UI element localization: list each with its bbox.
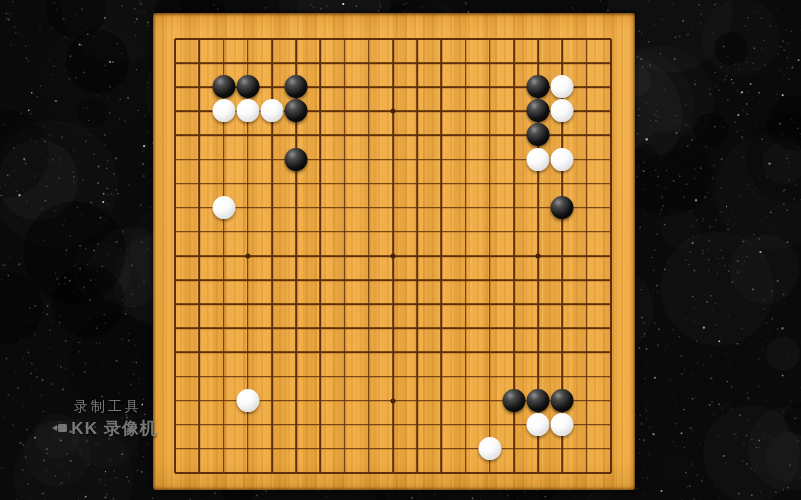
intersection[interactable] xyxy=(332,51,356,75)
intersection[interactable] xyxy=(284,123,308,147)
intersection[interactable] xyxy=(599,292,623,316)
intersection[interactable] xyxy=(599,220,623,244)
intersection[interactable] xyxy=(357,316,381,340)
intersection[interactable] xyxy=(478,316,502,340)
intersection[interactable] xyxy=(478,123,502,147)
intersection[interactable] xyxy=(502,292,526,316)
intersection[interactable] xyxy=(211,413,235,437)
intersection[interactable] xyxy=(575,364,599,388)
intersection[interactable] xyxy=(284,389,308,413)
intersection[interactable] xyxy=(526,364,550,388)
intersection[interactable] xyxy=(163,172,187,196)
intersection[interactable] xyxy=(550,244,574,268)
intersection[interactable] xyxy=(211,75,235,99)
intersection[interactable] xyxy=(357,268,381,292)
intersection[interactable] xyxy=(575,220,599,244)
intersection[interactable] xyxy=(502,123,526,147)
intersection[interactable] xyxy=(284,268,308,292)
intersection[interactable] xyxy=(163,75,187,99)
intersection[interactable] xyxy=(284,75,308,99)
intersection[interactable] xyxy=(236,123,260,147)
intersection[interactable] xyxy=(575,268,599,292)
intersection[interactable] xyxy=(575,27,599,51)
intersection[interactable] xyxy=(526,461,550,485)
intersection[interactable] xyxy=(478,99,502,123)
intersection[interactable] xyxy=(236,437,260,461)
intersection[interactable] xyxy=(163,437,187,461)
intersection[interactable] xyxy=(550,220,574,244)
intersection[interactable] xyxy=(357,123,381,147)
intersection[interactable] xyxy=(308,461,332,485)
intersection[interactable] xyxy=(550,268,574,292)
intersection[interactable] xyxy=(163,123,187,147)
intersection[interactable] xyxy=(478,196,502,220)
intersection[interactable] xyxy=(405,364,429,388)
intersection[interactable] xyxy=(236,196,260,220)
intersection[interactable] xyxy=(308,51,332,75)
intersection[interactable] xyxy=(454,389,478,413)
intersection[interactable] xyxy=(236,75,260,99)
intersection[interactable] xyxy=(357,220,381,244)
intersection[interactable] xyxy=(381,413,405,437)
intersection[interactable] xyxy=(332,220,356,244)
intersection[interactable] xyxy=(599,268,623,292)
intersection[interactable] xyxy=(284,196,308,220)
intersection[interactable] xyxy=(332,364,356,388)
intersection[interactable] xyxy=(284,148,308,172)
intersection[interactable] xyxy=(502,27,526,51)
intersection[interactable] xyxy=(526,268,550,292)
intersection[interactable] xyxy=(429,316,453,340)
intersection[interactable] xyxy=(381,172,405,196)
intersection[interactable] xyxy=(405,389,429,413)
intersection[interactable] xyxy=(599,148,623,172)
intersection[interactable] xyxy=(187,316,211,340)
intersection[interactable] xyxy=(550,292,574,316)
intersection[interactable] xyxy=(429,51,453,75)
intersection[interactable] xyxy=(260,220,284,244)
intersection[interactable] xyxy=(478,220,502,244)
intersection[interactable] xyxy=(332,244,356,268)
intersection[interactable] xyxy=(405,292,429,316)
intersection[interactable] xyxy=(502,51,526,75)
intersection[interactable] xyxy=(599,123,623,147)
intersection[interactable] xyxy=(236,389,260,413)
intersection[interactable] xyxy=(381,268,405,292)
intersection[interactable] xyxy=(502,220,526,244)
intersection[interactable] xyxy=(405,27,429,51)
intersection[interactable] xyxy=(478,364,502,388)
intersection[interactable] xyxy=(599,99,623,123)
intersection[interactable] xyxy=(429,268,453,292)
intersection[interactable] xyxy=(381,27,405,51)
intersection[interactable] xyxy=(260,316,284,340)
intersection[interactable] xyxy=(599,172,623,196)
intersection[interactable] xyxy=(236,99,260,123)
intersection[interactable] xyxy=(284,172,308,196)
intersection[interactable] xyxy=(187,340,211,364)
intersection[interactable] xyxy=(502,413,526,437)
intersection[interactable] xyxy=(357,196,381,220)
intersection[interactable] xyxy=(429,148,453,172)
intersection[interactable] xyxy=(211,461,235,485)
intersection[interactable] xyxy=(502,268,526,292)
intersection[interactable] xyxy=(308,437,332,461)
intersection[interactable] xyxy=(211,389,235,413)
intersection[interactable] xyxy=(550,148,574,172)
intersection[interactable] xyxy=(284,364,308,388)
intersection[interactable] xyxy=(405,172,429,196)
intersection[interactable] xyxy=(405,316,429,340)
intersection[interactable] xyxy=(429,123,453,147)
intersection[interactable] xyxy=(429,292,453,316)
intersection[interactable] xyxy=(405,148,429,172)
intersection[interactable] xyxy=(381,148,405,172)
intersection[interactable] xyxy=(260,148,284,172)
intersection[interactable] xyxy=(308,244,332,268)
intersection[interactable] xyxy=(308,340,332,364)
intersection[interactable] xyxy=(211,437,235,461)
intersection[interactable] xyxy=(405,51,429,75)
intersection[interactable] xyxy=(211,292,235,316)
intersection[interactable] xyxy=(357,244,381,268)
intersection[interactable] xyxy=(550,461,574,485)
intersection[interactable] xyxy=(332,123,356,147)
intersection[interactable] xyxy=(284,244,308,268)
intersection[interactable] xyxy=(260,340,284,364)
intersection[interactable] xyxy=(599,413,623,437)
intersection[interactable] xyxy=(332,437,356,461)
intersection[interactable] xyxy=(478,27,502,51)
intersection[interactable] xyxy=(284,340,308,364)
intersection[interactable] xyxy=(550,172,574,196)
intersection[interactable] xyxy=(187,292,211,316)
intersection[interactable] xyxy=(478,268,502,292)
intersection[interactable] xyxy=(332,413,356,437)
intersection[interactable] xyxy=(429,27,453,51)
intersection[interactable] xyxy=(429,340,453,364)
intersection[interactable] xyxy=(478,461,502,485)
intersection[interactable] xyxy=(211,340,235,364)
intersection[interactable] xyxy=(260,172,284,196)
intersection[interactable] xyxy=(236,268,260,292)
intersection[interactable] xyxy=(308,99,332,123)
intersection[interactable] xyxy=(357,51,381,75)
intersection[interactable] xyxy=(260,413,284,437)
intersection[interactable] xyxy=(478,172,502,196)
intersection[interactable] xyxy=(308,196,332,220)
intersection[interactable] xyxy=(187,413,211,437)
intersection[interactable] xyxy=(502,389,526,413)
intersection[interactable] xyxy=(502,364,526,388)
intersection[interactable] xyxy=(526,27,550,51)
intersection[interactable] xyxy=(405,196,429,220)
intersection[interactable] xyxy=(502,437,526,461)
intersection[interactable] xyxy=(429,99,453,123)
intersection[interactable] xyxy=(284,99,308,123)
intersection[interactable] xyxy=(260,75,284,99)
intersection[interactable] xyxy=(187,220,211,244)
intersection[interactable] xyxy=(284,316,308,340)
intersection[interactable] xyxy=(211,196,235,220)
intersection[interactable] xyxy=(308,220,332,244)
intersection[interactable] xyxy=(575,461,599,485)
intersection[interactable] xyxy=(454,364,478,388)
intersection[interactable] xyxy=(284,51,308,75)
intersection[interactable] xyxy=(550,196,574,220)
intersection[interactable] xyxy=(357,27,381,51)
intersection[interactable] xyxy=(236,220,260,244)
intersection[interactable] xyxy=(357,437,381,461)
intersection[interactable] xyxy=(526,99,550,123)
intersection[interactable] xyxy=(429,413,453,437)
intersection[interactable] xyxy=(575,244,599,268)
intersection[interactable] xyxy=(308,316,332,340)
intersection[interactable] xyxy=(381,461,405,485)
intersection[interactable] xyxy=(526,316,550,340)
intersection[interactable] xyxy=(454,172,478,196)
intersection[interactable] xyxy=(429,364,453,388)
intersection[interactable] xyxy=(308,413,332,437)
intersection[interactable] xyxy=(211,268,235,292)
intersection[interactable] xyxy=(357,389,381,413)
intersection[interactable] xyxy=(211,364,235,388)
intersection[interactable] xyxy=(405,75,429,99)
intersection[interactable] xyxy=(260,437,284,461)
intersection[interactable] xyxy=(599,340,623,364)
intersection[interactable] xyxy=(357,461,381,485)
intersection[interactable] xyxy=(575,340,599,364)
intersection[interactable] xyxy=(502,316,526,340)
intersection[interactable] xyxy=(575,437,599,461)
intersection[interactable] xyxy=(454,413,478,437)
intersection[interactable] xyxy=(163,244,187,268)
intersection[interactable] xyxy=(357,148,381,172)
intersection[interactable] xyxy=(211,51,235,75)
intersection[interactable] xyxy=(211,99,235,123)
intersection[interactable] xyxy=(478,292,502,316)
intersection[interactable] xyxy=(454,148,478,172)
intersection[interactable] xyxy=(187,75,211,99)
intersection[interactable] xyxy=(308,268,332,292)
intersection[interactable] xyxy=(187,51,211,75)
intersection[interactable] xyxy=(454,244,478,268)
intersection[interactable] xyxy=(260,364,284,388)
intersection[interactable] xyxy=(260,292,284,316)
intersection[interactable] xyxy=(211,123,235,147)
intersection[interactable] xyxy=(163,316,187,340)
intersection[interactable] xyxy=(236,27,260,51)
intersection[interactable] xyxy=(429,437,453,461)
intersection[interactable] xyxy=(236,172,260,196)
intersection[interactable] xyxy=(599,51,623,75)
intersection[interactable] xyxy=(429,75,453,99)
intersection[interactable] xyxy=(599,196,623,220)
intersection[interactable] xyxy=(284,27,308,51)
intersection[interactable] xyxy=(163,99,187,123)
intersection[interactable] xyxy=(163,51,187,75)
intersection[interactable] xyxy=(211,27,235,51)
intersection[interactable] xyxy=(454,461,478,485)
intersection[interactable] xyxy=(405,99,429,123)
intersection[interactable] xyxy=(502,172,526,196)
intersection[interactable] xyxy=(599,364,623,388)
intersection[interactable] xyxy=(211,316,235,340)
intersection[interactable] xyxy=(187,244,211,268)
intersection[interactable] xyxy=(187,196,211,220)
intersection[interactable] xyxy=(550,413,574,437)
intersection[interactable] xyxy=(454,27,478,51)
intersection[interactable] xyxy=(454,340,478,364)
intersection[interactable] xyxy=(478,413,502,437)
intersection[interactable] xyxy=(454,437,478,461)
intersection[interactable] xyxy=(526,413,550,437)
intersection[interactable] xyxy=(502,99,526,123)
intersection[interactable] xyxy=(284,437,308,461)
intersection[interactable] xyxy=(381,316,405,340)
intersection[interactable] xyxy=(332,268,356,292)
intersection[interactable] xyxy=(236,292,260,316)
intersection[interactable] xyxy=(526,340,550,364)
intersection[interactable] xyxy=(236,413,260,437)
intersection[interactable] xyxy=(163,27,187,51)
intersection[interactable] xyxy=(381,364,405,388)
intersection[interactable] xyxy=(405,268,429,292)
intersection[interactable] xyxy=(187,364,211,388)
intersection[interactable] xyxy=(454,292,478,316)
intersection[interactable] xyxy=(381,51,405,75)
intersection[interactable] xyxy=(599,244,623,268)
intersection[interactable] xyxy=(163,196,187,220)
intersection[interactable] xyxy=(381,437,405,461)
intersection[interactable] xyxy=(260,196,284,220)
intersection[interactable] xyxy=(478,389,502,413)
intersection[interactable] xyxy=(308,123,332,147)
intersection[interactable] xyxy=(357,99,381,123)
intersection[interactable] xyxy=(429,461,453,485)
intersection[interactable] xyxy=(575,172,599,196)
intersection[interactable] xyxy=(260,27,284,51)
intersection[interactable] xyxy=(599,437,623,461)
intersection[interactable] xyxy=(526,148,550,172)
intersection[interactable] xyxy=(575,148,599,172)
intersection[interactable] xyxy=(381,196,405,220)
intersection[interactable] xyxy=(381,99,405,123)
intersection[interactable] xyxy=(550,316,574,340)
intersection[interactable] xyxy=(550,340,574,364)
intersection[interactable] xyxy=(187,27,211,51)
intersection[interactable] xyxy=(381,75,405,99)
intersection[interactable] xyxy=(187,268,211,292)
intersection[interactable] xyxy=(163,292,187,316)
intersection[interactable] xyxy=(478,437,502,461)
intersection[interactable] xyxy=(211,220,235,244)
intersection[interactable] xyxy=(454,51,478,75)
intersection[interactable] xyxy=(550,51,574,75)
intersection[interactable] xyxy=(236,340,260,364)
intersection[interactable] xyxy=(357,364,381,388)
intersection[interactable] xyxy=(454,268,478,292)
intersection[interactable] xyxy=(236,148,260,172)
intersection[interactable] xyxy=(575,389,599,413)
intersection[interactable] xyxy=(526,244,550,268)
intersection[interactable] xyxy=(332,389,356,413)
intersection[interactable] xyxy=(284,461,308,485)
intersection[interactable] xyxy=(187,437,211,461)
intersection[interactable] xyxy=(526,123,550,147)
intersection[interactable] xyxy=(575,75,599,99)
intersection[interactable] xyxy=(381,244,405,268)
intersection[interactable] xyxy=(187,123,211,147)
intersection[interactable] xyxy=(236,316,260,340)
intersection[interactable] xyxy=(502,244,526,268)
intersection[interactable] xyxy=(211,244,235,268)
intersection[interactable] xyxy=(236,51,260,75)
intersection[interactable] xyxy=(550,389,574,413)
intersection[interactable] xyxy=(405,340,429,364)
intersection[interactable] xyxy=(526,220,550,244)
intersection[interactable] xyxy=(502,75,526,99)
intersection[interactable] xyxy=(502,196,526,220)
intersection[interactable] xyxy=(187,461,211,485)
intersection[interactable] xyxy=(332,461,356,485)
intersection[interactable] xyxy=(502,340,526,364)
intersection[interactable] xyxy=(332,99,356,123)
intersection[interactable] xyxy=(405,437,429,461)
intersection[interactable] xyxy=(187,389,211,413)
intersection[interactable] xyxy=(308,364,332,388)
intersection[interactable] xyxy=(526,292,550,316)
intersection[interactable] xyxy=(454,196,478,220)
intersection[interactable] xyxy=(357,413,381,437)
intersection[interactable] xyxy=(236,364,260,388)
intersection[interactable] xyxy=(429,244,453,268)
intersection[interactable] xyxy=(526,437,550,461)
intersection[interactable] xyxy=(575,123,599,147)
intersection[interactable] xyxy=(332,172,356,196)
intersection[interactable] xyxy=(550,99,574,123)
intersection[interactable] xyxy=(284,292,308,316)
intersection[interactable] xyxy=(405,244,429,268)
intersection[interactable] xyxy=(381,340,405,364)
intersection[interactable] xyxy=(526,51,550,75)
intersection[interactable] xyxy=(332,340,356,364)
intersection[interactable] xyxy=(429,172,453,196)
intersection[interactable] xyxy=(163,220,187,244)
intersection[interactable] xyxy=(599,461,623,485)
intersection[interactable] xyxy=(478,244,502,268)
intersection[interactable] xyxy=(211,148,235,172)
intersection[interactable] xyxy=(163,268,187,292)
intersection[interactable] xyxy=(332,292,356,316)
intersection[interactable] xyxy=(260,51,284,75)
intersection[interactable] xyxy=(429,196,453,220)
intersection[interactable] xyxy=(332,316,356,340)
intersection[interactable] xyxy=(163,148,187,172)
intersection[interactable] xyxy=(526,75,550,99)
intersection[interactable] xyxy=(332,148,356,172)
intersection[interactable] xyxy=(357,292,381,316)
intersection[interactable] xyxy=(599,316,623,340)
intersection[interactable] xyxy=(550,364,574,388)
intersection[interactable] xyxy=(381,292,405,316)
intersection[interactable] xyxy=(381,389,405,413)
intersection[interactable] xyxy=(187,148,211,172)
intersection[interactable] xyxy=(357,340,381,364)
intersection[interactable] xyxy=(187,172,211,196)
intersection[interactable] xyxy=(332,75,356,99)
intersection[interactable] xyxy=(260,461,284,485)
